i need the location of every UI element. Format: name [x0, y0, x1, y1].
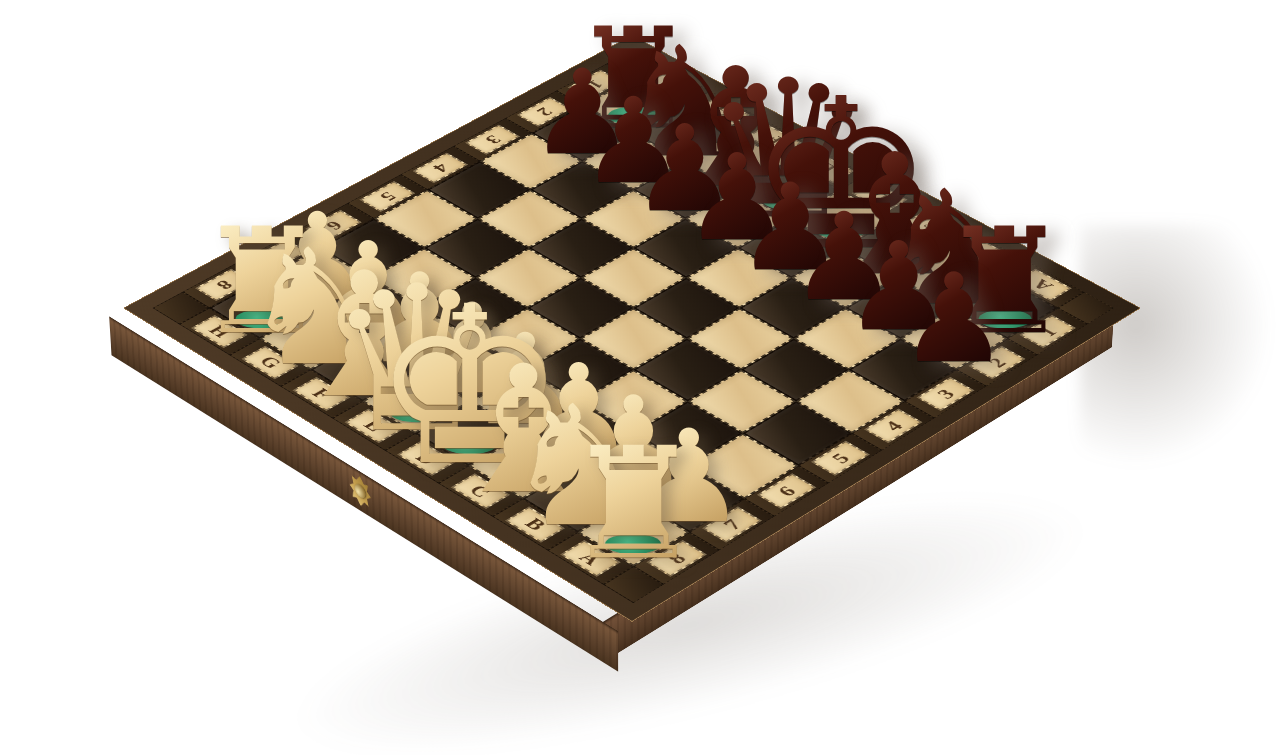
piece-bP-a2[interactable]: ♟	[899, 256, 1009, 379]
chess-set-photo: 87654321HHGGFFEEDDCCBBAA87654321 ♜♞♝♛♚♝♞…	[0, 0, 1280, 755]
rank-label: 5	[374, 189, 401, 204]
rank-label: 5	[826, 450, 855, 467]
piece-glyph: ♟	[899, 256, 1009, 379]
cast-shadow-right	[1080, 225, 1280, 475]
piece-glyph: ♜	[564, 427, 702, 581]
clasp-knob-icon	[355, 482, 366, 501]
piece-wR-a8[interactable]: ♜	[564, 427, 702, 581]
rank-label: 4	[879, 417, 908, 434]
rank-label: 3	[479, 132, 505, 147]
rank-label: 4	[427, 160, 453, 175]
rank-label: 6	[772, 482, 801, 499]
